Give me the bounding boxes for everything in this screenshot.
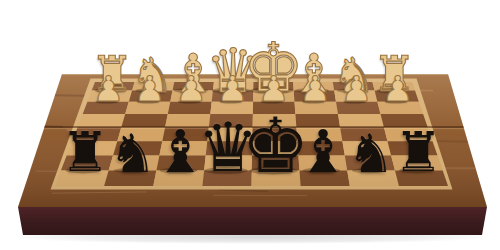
board-box-side: [18, 207, 487, 235]
piece-black-knight-6[interactable]: ♞: [347, 126, 395, 179]
piece-black-rook-0[interactable]: ♜: [60, 124, 109, 179]
piece-white-pawn-0[interactable]: ♟: [93, 72, 124, 107]
piece-black-rook-7[interactable]: ♜: [394, 124, 443, 179]
piece-black-bishop-5[interactable]: ♝: [297, 121, 350, 180]
piece-white-pawn-7[interactable]: ♟: [382, 72, 413, 107]
piece-white-pawn-1[interactable]: ♟: [134, 72, 165, 107]
piece-black-knight-1[interactable]: ♞: [109, 126, 157, 179]
piece-white-pawn-2[interactable]: ♟: [175, 72, 206, 107]
piece-white-pawn-6[interactable]: ♟: [341, 72, 372, 107]
product-photo: ♜♞♝♛♚♝♞♜♟♟♟♟♟♟♟♟♜♞♝♛♚♝♞♜: [0, 0, 500, 250]
